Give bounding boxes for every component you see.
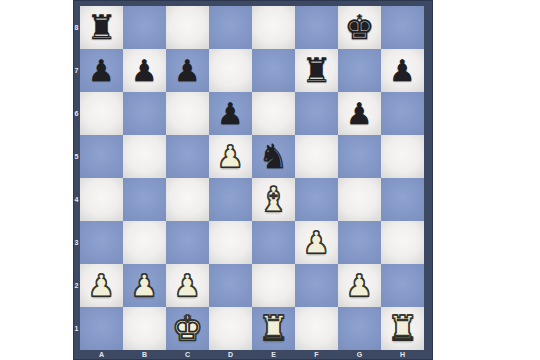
square-g1[interactable]: [338, 307, 381, 350]
square-d5[interactable]: ♟: [209, 135, 252, 178]
square-e3[interactable]: [252, 221, 295, 264]
square-e6[interactable]: [252, 92, 295, 135]
rank-label-8: 8: [73, 6, 80, 49]
square-a7[interactable]: ♟: [80, 49, 123, 92]
white-pawn[interactable]: ♟: [80, 264, 123, 307]
square-a4[interactable]: [80, 178, 123, 221]
black-pawn[interactable]: ♟: [381, 49, 424, 92]
square-g8[interactable]: ♚: [338, 6, 381, 49]
square-e5[interactable]: ♞: [252, 135, 295, 178]
square-e1[interactable]: ♜: [252, 307, 295, 350]
square-b2[interactable]: ♟: [123, 264, 166, 307]
black-pawn[interactable]: ♟: [80, 49, 123, 92]
rank-label-5: 5: [73, 135, 80, 178]
square-c2[interactable]: ♟: [166, 264, 209, 307]
square-h3[interactable]: [381, 221, 424, 264]
black-pawn[interactable]: ♟: [166, 49, 209, 92]
white-rook[interactable]: ♜: [252, 307, 295, 350]
square-e8[interactable]: [252, 6, 295, 49]
square-f6[interactable]: [295, 92, 338, 135]
black-rook[interactable]: ♜: [295, 49, 338, 92]
square-f4[interactable]: [295, 178, 338, 221]
black-rook[interactable]: ♜: [80, 6, 123, 49]
white-bishop[interactable]: ♝: [252, 178, 295, 221]
square-c6[interactable]: [166, 92, 209, 135]
square-c8[interactable]: [166, 6, 209, 49]
square-f5[interactable]: [295, 135, 338, 178]
white-pawn[interactable]: ♟: [209, 135, 252, 178]
square-h6[interactable]: [381, 92, 424, 135]
square-h4[interactable]: [381, 178, 424, 221]
square-a2[interactable]: ♟: [80, 264, 123, 307]
square-c5[interactable]: [166, 135, 209, 178]
square-d4[interactable]: [209, 178, 252, 221]
white-rook[interactable]: ♜: [381, 307, 424, 350]
white-pawn[interactable]: ♟: [338, 264, 381, 307]
square-g3[interactable]: [338, 221, 381, 264]
square-d6[interactable]: ♟: [209, 92, 252, 135]
square-g4[interactable]: [338, 178, 381, 221]
square-b5[interactable]: [123, 135, 166, 178]
square-f3[interactable]: ♟: [295, 221, 338, 264]
square-f7[interactable]: ♜: [295, 49, 338, 92]
file-label-d: D: [209, 350, 252, 360]
square-b1[interactable]: [123, 307, 166, 350]
chess-board-frame: ♜♚♟♟♟♜♟♟♟♟♞♝♟♟♟♟♟♚♜♜ 87654321ABCDEFGH: [73, 0, 433, 360]
square-f8[interactable]: [295, 6, 338, 49]
black-pawn[interactable]: ♟: [209, 92, 252, 135]
square-b8[interactable]: [123, 6, 166, 49]
square-d1[interactable]: [209, 307, 252, 350]
black-pawn[interactable]: ♟: [123, 49, 166, 92]
black-knight[interactable]: ♞: [252, 135, 295, 178]
square-c4[interactable]: [166, 178, 209, 221]
square-a3[interactable]: [80, 221, 123, 264]
black-pawn[interactable]: ♟: [338, 92, 381, 135]
square-d7[interactable]: [209, 49, 252, 92]
square-g6[interactable]: ♟: [338, 92, 381, 135]
square-h7[interactable]: ♟: [381, 49, 424, 92]
square-b3[interactable]: [123, 221, 166, 264]
white-king[interactable]: ♚: [166, 307, 209, 350]
file-label-e: E: [252, 350, 295, 360]
file-label-a: A: [80, 350, 123, 360]
square-f2[interactable]: [295, 264, 338, 307]
white-pawn[interactable]: ♟: [166, 264, 209, 307]
black-king[interactable]: ♚: [338, 6, 381, 49]
square-g2[interactable]: ♟: [338, 264, 381, 307]
square-d8[interactable]: [209, 6, 252, 49]
square-a8[interactable]: ♜: [80, 6, 123, 49]
square-e4[interactable]: ♝: [252, 178, 295, 221]
square-b7[interactable]: ♟: [123, 49, 166, 92]
square-g5[interactable]: [338, 135, 381, 178]
square-c1[interactable]: ♚: [166, 307, 209, 350]
square-c7[interactable]: ♟: [166, 49, 209, 92]
chess-board: ♜♚♟♟♟♜♟♟♟♟♞♝♟♟♟♟♟♚♜♜: [80, 6, 424, 350]
square-a5[interactable]: [80, 135, 123, 178]
rank-label-7: 7: [73, 49, 80, 92]
rank-label-3: 3: [73, 221, 80, 264]
file-label-b: B: [123, 350, 166, 360]
square-e7[interactable]: [252, 49, 295, 92]
square-a1[interactable]: [80, 307, 123, 350]
square-b6[interactable]: [123, 92, 166, 135]
square-d3[interactable]: [209, 221, 252, 264]
square-e2[interactable]: [252, 264, 295, 307]
square-f1[interactable]: [295, 307, 338, 350]
square-b4[interactable]: [123, 178, 166, 221]
file-label-g: G: [338, 350, 381, 360]
square-c3[interactable]: [166, 221, 209, 264]
rank-label-1: 1: [73, 307, 80, 350]
square-h2[interactable]: [381, 264, 424, 307]
white-pawn[interactable]: ♟: [295, 221, 338, 264]
square-h1[interactable]: ♜: [381, 307, 424, 350]
file-label-h: H: [381, 350, 424, 360]
rank-label-4: 4: [73, 178, 80, 221]
rank-label-2: 2: [73, 264, 80, 307]
file-label-f: F: [295, 350, 338, 360]
square-d2[interactable]: [209, 264, 252, 307]
square-h5[interactable]: [381, 135, 424, 178]
white-pawn[interactable]: ♟: [123, 264, 166, 307]
square-a6[interactable]: [80, 92, 123, 135]
square-g7[interactable]: [338, 49, 381, 92]
rank-label-6: 6: [73, 92, 80, 135]
square-h8[interactable]: [381, 6, 424, 49]
file-label-c: C: [166, 350, 209, 360]
